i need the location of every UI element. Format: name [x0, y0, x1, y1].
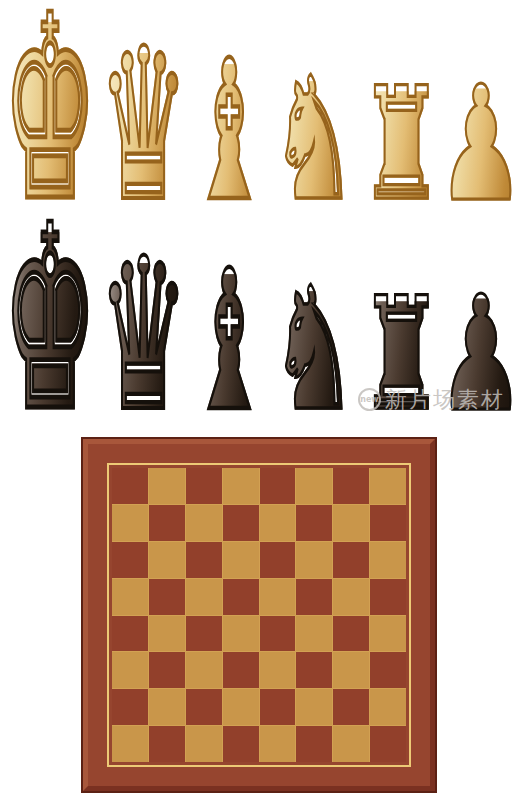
- square-c3: [186, 652, 222, 688]
- square-c4: [186, 616, 222, 652]
- square-h4: [370, 616, 406, 652]
- square-d6: [223, 542, 259, 578]
- gold-pawn-glyph: ♟: [437, 89, 519, 200]
- square-e7: [260, 505, 296, 541]
- square-d4: [223, 616, 259, 652]
- square-a3: [112, 652, 148, 688]
- square-d1: [223, 726, 259, 762]
- square-h6: [370, 542, 406, 578]
- chessboard: [81, 437, 437, 793]
- square-h8: [370, 468, 406, 504]
- square-g3: [333, 652, 369, 688]
- square-h3: [370, 652, 406, 688]
- piece-gold-rook: ♜: [363, 134, 439, 200]
- gold-pieces-row: ♚ ♛ ♝ ♞ ♜ ♟: [0, 0, 519, 200]
- square-g1: [333, 726, 369, 762]
- board-frame-bevel: [83, 439, 435, 791]
- square-h7: [370, 505, 406, 541]
- square-c2: [186, 689, 222, 725]
- square-b2: [149, 689, 185, 725]
- chess-set-illustration: ♚ ♛ ♝ ♞ ♜ ♟ ♚ ♛ ♝ ♞ ♜: [0, 0, 519, 800]
- gold-rook-glyph: ♜: [359, 91, 443, 200]
- black-knight-glyph: ♞: [270, 291, 357, 410]
- square-a7: [112, 505, 148, 541]
- watermark: new 新片场素材: [358, 388, 505, 411]
- piece-black-queen: ♛: [104, 340, 184, 410]
- square-e3: [260, 652, 296, 688]
- board-frame: [88, 444, 430, 786]
- square-d5: [223, 579, 259, 615]
- black-bishop-glyph: ♝: [190, 274, 269, 410]
- square-a4: [112, 616, 148, 652]
- square-h1: [370, 726, 406, 762]
- square-a5: [112, 579, 148, 615]
- square-g6: [333, 542, 369, 578]
- square-g4: [333, 616, 369, 652]
- square-b5: [149, 579, 185, 615]
- square-b6: [149, 542, 185, 578]
- square-a2: [112, 689, 148, 725]
- square-d3: [223, 652, 259, 688]
- square-c5: [186, 579, 222, 615]
- square-e2: [260, 689, 296, 725]
- square-g7: [333, 505, 369, 541]
- square-b1: [149, 726, 185, 762]
- square-a1: [112, 726, 148, 762]
- square-b4: [149, 616, 185, 652]
- board-pinstripe: [107, 463, 411, 767]
- square-h5: [370, 579, 406, 615]
- piece-black-knight: ♞: [275, 342, 353, 410]
- square-d8: [223, 468, 259, 504]
- square-d2: [223, 689, 259, 725]
- square-f8: [296, 468, 332, 504]
- square-g8: [333, 468, 369, 504]
- board-grid: [112, 468, 406, 762]
- black-queen-glyph: ♛: [99, 263, 189, 410]
- square-a6: [112, 542, 148, 578]
- square-f1: [296, 726, 332, 762]
- square-d7: [223, 505, 259, 541]
- square-f3: [296, 652, 332, 688]
- square-f6: [296, 542, 332, 578]
- square-f4: [296, 616, 332, 652]
- new-logo-icon: new: [358, 388, 381, 411]
- square-a8: [112, 468, 148, 504]
- piece-black-bishop: ♝: [194, 348, 264, 410]
- square-e5: [260, 579, 296, 615]
- watermark-text: 新片场素材: [385, 389, 505, 411]
- board-inner-margin: [109, 465, 409, 765]
- piece-gold-bishop: ♝: [194, 138, 264, 200]
- square-c7: [186, 505, 222, 541]
- square-h2: [370, 689, 406, 725]
- square-e1: [260, 726, 296, 762]
- gold-bishop-glyph: ♝: [190, 64, 269, 200]
- gold-queen-glyph: ♛: [99, 53, 189, 200]
- square-e8: [260, 468, 296, 504]
- black-pieces-row: ♚ ♛ ♝ ♞ ♜ ♟: [0, 212, 519, 410]
- square-g2: [333, 689, 369, 725]
- square-b8: [149, 468, 185, 504]
- square-b3: [149, 652, 185, 688]
- square-e4: [260, 616, 296, 652]
- square-f7: [296, 505, 332, 541]
- square-c1: [186, 726, 222, 762]
- square-c8: [186, 468, 222, 504]
- piece-gold-knight: ♞: [275, 132, 353, 200]
- black-king-glyph: ♚: [2, 232, 97, 410]
- square-e6: [260, 542, 296, 578]
- piece-black-king: ♚: [7, 336, 93, 410]
- square-b7: [149, 505, 185, 541]
- piece-gold-queen: ♛: [104, 130, 184, 200]
- square-g5: [333, 579, 369, 615]
- piece-gold-pawn: ♟: [450, 131, 512, 200]
- square-f5: [296, 579, 332, 615]
- square-f2: [296, 689, 332, 725]
- square-c6: [186, 542, 222, 578]
- gold-knight-glyph: ♞: [270, 81, 357, 200]
